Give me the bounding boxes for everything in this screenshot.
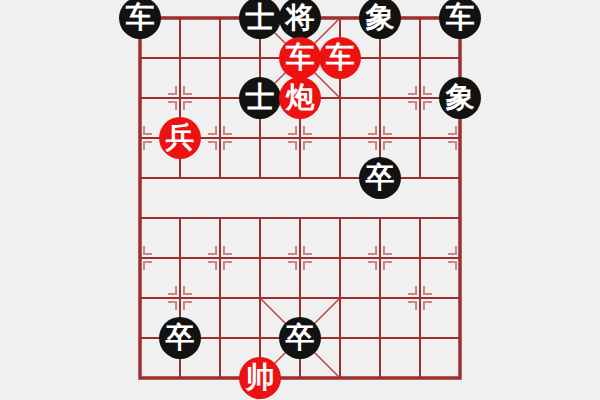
piece-red-chariot[interactable]: 车 [279,37,321,79]
piece-red-soldier[interactable]: 兵 [159,117,201,159]
piece-black-soldier[interactable]: 卒 [159,317,201,359]
pieces-layer: 车士将象车车车士炮象兵卒卒卒帅 [120,0,480,398]
piece-black-soldier[interactable]: 卒 [359,157,401,199]
piece-black-elephant[interactable]: 象 [359,0,401,39]
piece-black-chariot[interactable]: 车 [439,0,481,39]
piece-black-general[interactable]: 将 [279,0,321,39]
piece-black-elephant[interactable]: 象 [439,77,481,119]
piece-black-chariot[interactable]: 车 [119,0,161,39]
piece-black-advisor[interactable]: 士 [239,77,281,119]
xiangqi-board: 车士将象车车车士炮象兵卒卒卒帅 [0,0,600,400]
piece-red-chariot[interactable]: 车 [319,37,361,79]
piece-red-general[interactable]: 帅 [239,357,281,399]
piece-red-cannon[interactable]: 炮 [279,77,321,119]
piece-black-soldier[interactable]: 卒 [279,317,321,359]
piece-black-advisor[interactable]: 士 [239,0,281,39]
